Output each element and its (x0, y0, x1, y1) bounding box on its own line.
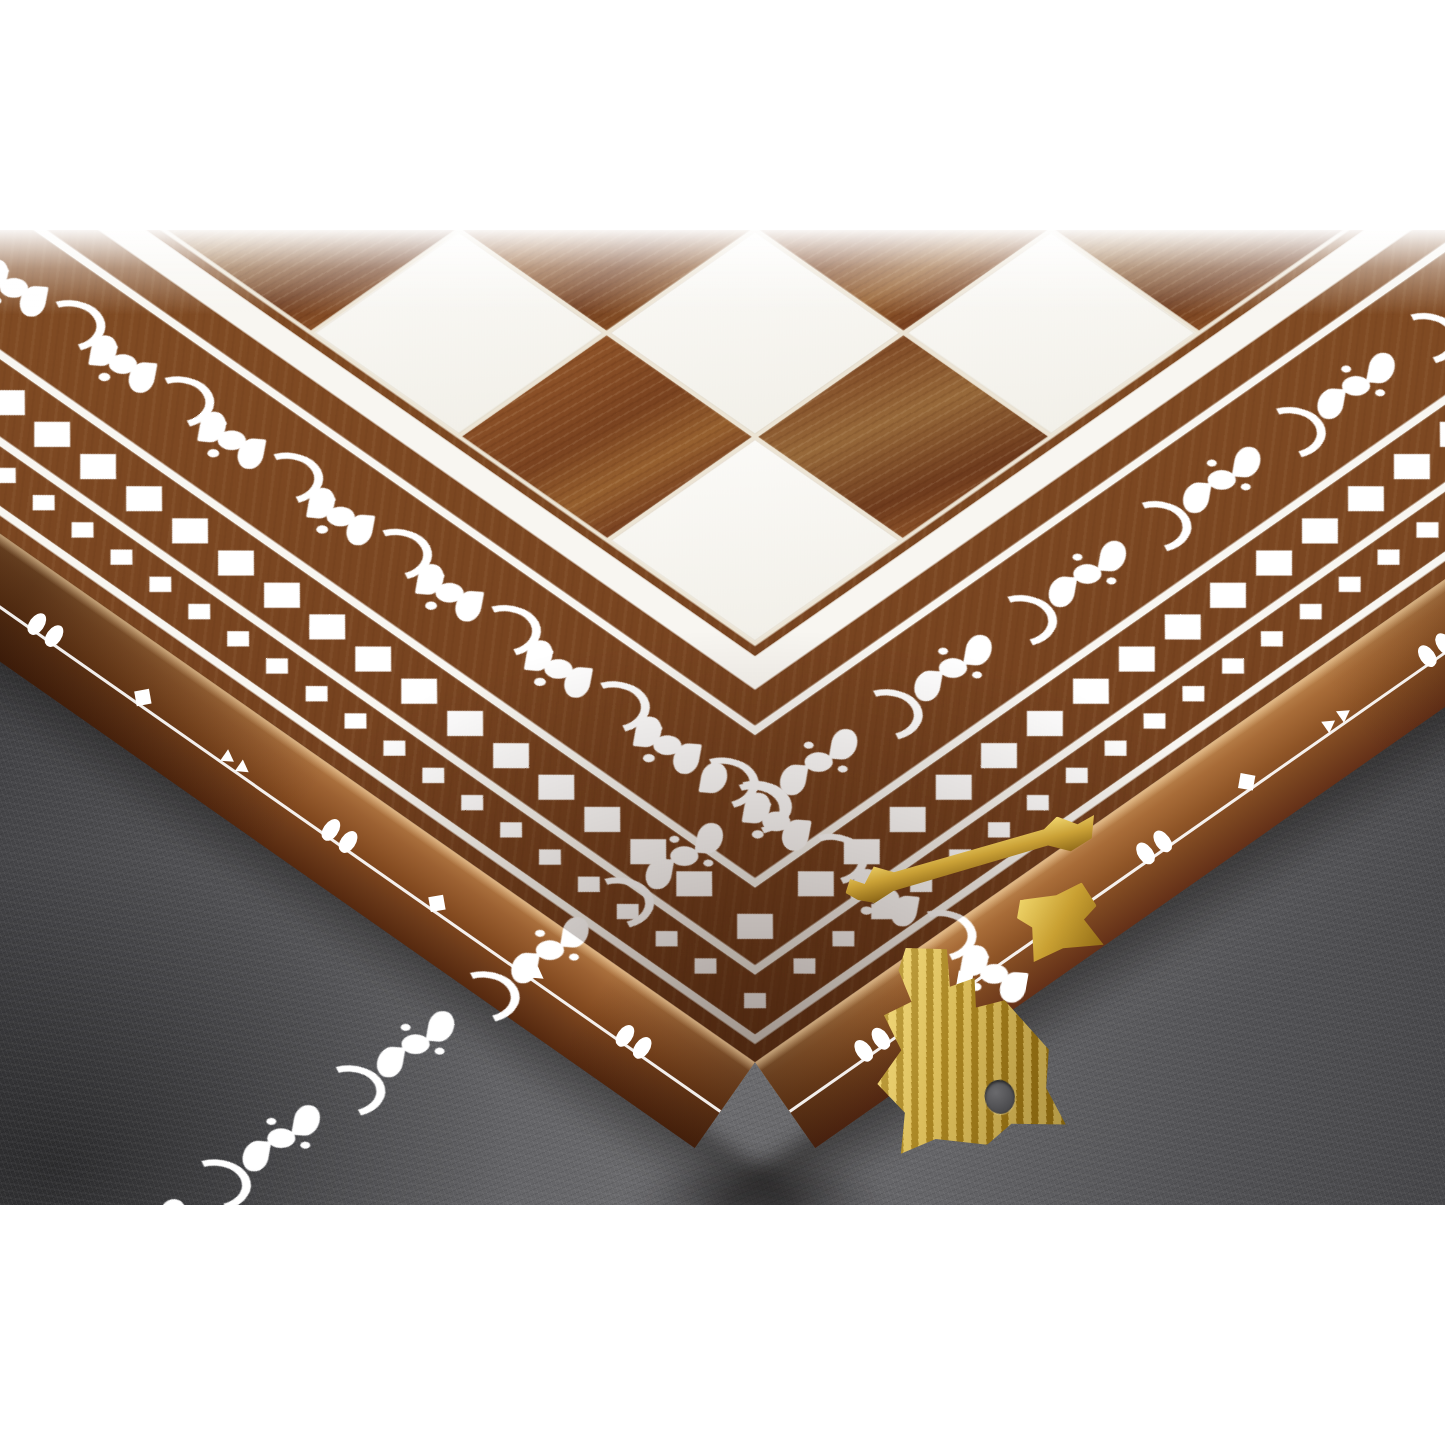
inlay-diamond (676, 871, 712, 896)
side-motif (426, 893, 447, 914)
inlay-leaf (560, 916, 591, 949)
board-shadow-corner (630, 1155, 890, 1205)
inlay-diamond (264, 582, 300, 607)
side-motif (1414, 629, 1445, 669)
side-motif (24, 609, 67, 649)
inlay-diamond (266, 659, 288, 674)
chevron-inlay (1321, 715, 1339, 733)
diamond-inlay (1238, 773, 1255, 790)
inlay-diamond (1261, 631, 1283, 646)
side-motif (132, 687, 153, 708)
inlay-diamond (0, 468, 16, 483)
inlay-diamond (694, 958, 716, 973)
inlay-diamond (988, 822, 1010, 837)
inlay-leaf (829, 728, 860, 761)
side-motif (613, 1021, 656, 1061)
inlay-diamond (344, 713, 366, 728)
inlay-diamond (1183, 686, 1205, 701)
inlay-diamond (1222, 659, 1244, 674)
inlay-diamond (935, 775, 971, 800)
letterbox-bottom (0, 1205, 1445, 1445)
inlay-diamond (0, 390, 25, 415)
inlay-diamond (1299, 604, 1321, 619)
diamond-inlay (134, 689, 151, 706)
inlay-leaf (1366, 352, 1397, 385)
chevron-inlay (235, 759, 253, 777)
inlay-diamond (1394, 454, 1430, 479)
inlay-diamond (737, 914, 773, 939)
overexposed-top-fade (0, 230, 1445, 315)
side-motif (1236, 771, 1257, 792)
lobe-inlay (41, 621, 67, 649)
inlay-diamond (218, 550, 254, 575)
inlay-diamond (539, 775, 575, 800)
inlay-diamond (655, 931, 677, 946)
inlay-diamond (309, 614, 345, 639)
inlay-diamond (172, 518, 208, 543)
inlay-diamond (305, 686, 327, 701)
inlay-diamond (1416, 522, 1438, 537)
photo-area (0, 230, 1445, 1205)
side-motif (221, 749, 254, 778)
inlay-diamond (1144, 713, 1166, 728)
inlay-diamond (833, 931, 855, 946)
inlay-diamond (1119, 647, 1155, 672)
inlay-leaf (1315, 387, 1346, 420)
inlay-diamond (461, 795, 483, 810)
inlay-leaf (1046, 575, 1077, 608)
inlay-diamond (981, 743, 1017, 768)
inlay-diamond (1440, 422, 1445, 447)
inlay-diamond (1027, 711, 1063, 736)
inlay-diamond (111, 550, 133, 565)
inlay-diamond (126, 486, 162, 511)
inlay-diamond (355, 647, 391, 672)
inlay-diamond (401, 679, 437, 704)
inlay-diamond (584, 807, 620, 832)
inlay-diamond (34, 422, 70, 447)
inlay-diamond (890, 807, 926, 832)
inlay-diamond (1348, 486, 1384, 511)
inlay-diamond (500, 822, 522, 837)
inlay-diamond (744, 993, 766, 1008)
inlay-diamond (1377, 550, 1399, 565)
inlay-diamond (383, 740, 405, 755)
inlay-diamond (794, 958, 816, 973)
inlay-diamond (1073, 679, 1109, 704)
latch-hole (982, 1077, 1017, 1116)
inlay-diamond (1027, 795, 1049, 810)
inlay-diamond (33, 495, 55, 510)
inlay-leaf (1097, 540, 1128, 573)
inlay-diamond (1105, 740, 1127, 755)
inlay-diamond (447, 711, 483, 736)
side-motif (1321, 704, 1354, 733)
diamond-inlay (428, 895, 445, 912)
inlay-diamond (1210, 582, 1246, 607)
inlay-leaf (1181, 481, 1212, 514)
side-motif (850, 1024, 893, 1064)
inlay-leaf (912, 669, 943, 702)
inlay-diamond (1066, 767, 1088, 782)
inlay-diamond (189, 604, 211, 619)
inlay-diamond (72, 522, 94, 537)
inlay-diamond (1165, 614, 1201, 639)
side-motif (1132, 827, 1175, 867)
inlay-diamond (1302, 518, 1338, 543)
inlay-diamond (493, 743, 529, 768)
letterbox-top (0, 0, 1445, 230)
inlay-diamond (80, 454, 116, 479)
inlay-leaf (963, 634, 994, 667)
inlay-leaf (1232, 446, 1263, 479)
inlay-diamond (1256, 550, 1292, 575)
inlay-diamond (1338, 577, 1360, 592)
side-motif (318, 815, 361, 855)
inlay-diamond (539, 849, 561, 864)
chevron-inlay (221, 749, 239, 767)
lobe-inlay (335, 827, 361, 855)
lobe-inlay (630, 1033, 656, 1061)
chevron-inlay (1335, 704, 1353, 722)
inlay-diamond (422, 767, 444, 782)
inlay-diamond (150, 577, 172, 592)
product-photo-stage (0, 0, 1445, 1445)
inlay-diamond (227, 631, 249, 646)
